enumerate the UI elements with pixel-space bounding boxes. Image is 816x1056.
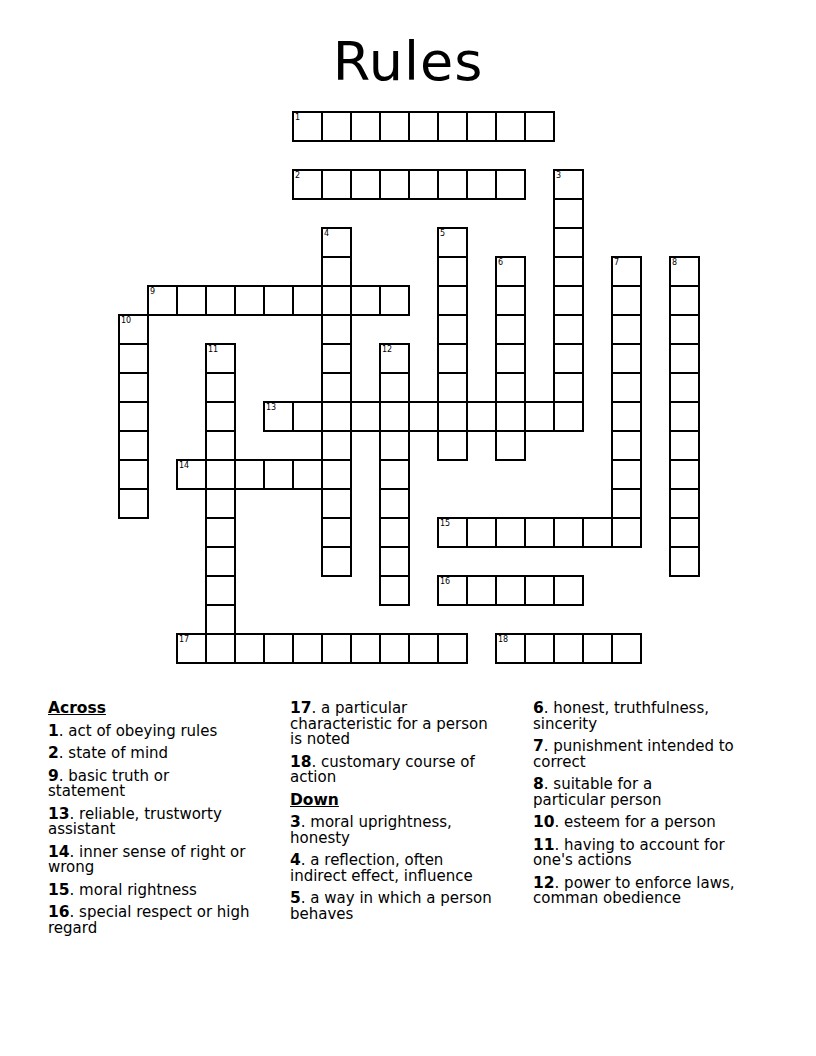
clue-number: 8 bbox=[533, 775, 544, 793]
grid-cell-r3c15[interactable] bbox=[553, 198, 584, 229]
grid-cell-r2c6[interactable]: 2 bbox=[292, 169, 323, 200]
grid-cell-r9c9[interactable] bbox=[379, 372, 410, 403]
grid-cell-r13c17[interactable] bbox=[611, 488, 642, 519]
grid-cell-r5c11[interactable] bbox=[437, 256, 468, 287]
crossword-grid: 123456789101112131415161718 bbox=[118, 111, 702, 666]
grid-cell-r18c13[interactable]: 18 bbox=[495, 633, 526, 664]
grid-cell-r0c8[interactable] bbox=[350, 111, 381, 142]
grid-cell-r16c9[interactable] bbox=[379, 575, 410, 606]
grid-cell-r11c19[interactable] bbox=[669, 430, 700, 461]
grid-cell-r2c8[interactable] bbox=[350, 169, 381, 200]
clue-down-8: 8. suitable for a particular person bbox=[533, 777, 767, 808]
grid-cell-r6c6[interactable] bbox=[292, 285, 323, 316]
cell-number-6: 6 bbox=[498, 258, 503, 267]
grid-cell-r10c12[interactable] bbox=[466, 401, 497, 432]
clue-column-2: 17. a particular characteristic for a pe… bbox=[290, 701, 518, 929]
grid-cell-r14c11[interactable]: 15 bbox=[437, 517, 468, 548]
grid-cell-r18c9[interactable] bbox=[379, 633, 410, 664]
grid-cell-r10c13[interactable] bbox=[495, 401, 526, 432]
grid-cell-r2c11[interactable] bbox=[437, 169, 468, 200]
grid-cell-r6c13[interactable] bbox=[495, 285, 526, 316]
cell-number-4: 4 bbox=[324, 229, 329, 238]
grid-cell-r0c13[interactable] bbox=[495, 111, 526, 142]
grid-cell-r18c6[interactable] bbox=[292, 633, 323, 664]
clue-number: 4 bbox=[290, 851, 301, 869]
cell-number-9: 9 bbox=[150, 287, 155, 296]
cell-number-2: 2 bbox=[295, 171, 300, 180]
grid-cell-r10c14[interactable] bbox=[524, 401, 555, 432]
cell-number-10: 10 bbox=[121, 316, 131, 325]
grid-cell-r2c10[interactable] bbox=[408, 169, 439, 200]
grid-cell-r18c3[interactable] bbox=[205, 633, 236, 664]
grid-cell-r0c6[interactable]: 1 bbox=[292, 111, 323, 142]
grid-cell-r15c19[interactable] bbox=[669, 546, 700, 577]
cell-number-1: 1 bbox=[295, 113, 300, 122]
grid-cell-r18c16[interactable] bbox=[582, 633, 613, 664]
clue-column-3: 6. honest, truthfulness, sincerity7. pun… bbox=[533, 701, 767, 914]
grid-cell-r18c11[interactable] bbox=[437, 633, 468, 664]
grid-cell-r6c2[interactable] bbox=[176, 285, 207, 316]
clue-down-7: 7. punishment intended to correct bbox=[533, 739, 767, 770]
grid-cell-r15c9[interactable] bbox=[379, 546, 410, 577]
grid-cell-r6c9[interactable] bbox=[379, 285, 410, 316]
cell-number-15: 15 bbox=[440, 519, 450, 528]
grid-cell-r6c17[interactable] bbox=[611, 285, 642, 316]
grid-cell-r10c3[interactable] bbox=[205, 401, 236, 432]
clue-number: 5 bbox=[290, 889, 301, 907]
clue-down-6: 6. honest, truthfulness, sincerity bbox=[533, 701, 767, 732]
grid-cell-r12c5[interactable] bbox=[263, 459, 294, 490]
grid-cell-r18c7[interactable] bbox=[321, 633, 352, 664]
grid-cell-r14c3[interactable] bbox=[205, 517, 236, 548]
grid-cell-r12c4[interactable] bbox=[234, 459, 265, 490]
grid-cell-r8c17[interactable] bbox=[611, 343, 642, 374]
grid-cell-r8c0[interactable] bbox=[118, 343, 149, 374]
clue-down-4: 4. a reflection, often indirect effect, … bbox=[290, 853, 518, 884]
grid-cell-r14c7[interactable] bbox=[321, 517, 352, 548]
grid-cell-r11c3[interactable] bbox=[205, 430, 236, 461]
grid-cell-r4c11[interactable]: 5 bbox=[437, 227, 468, 258]
grid-cell-r5c17[interactable]: 7 bbox=[611, 256, 642, 287]
grid-cell-r16c3[interactable] bbox=[205, 575, 236, 606]
clue-down-12: 12. power to enforce laws, comman obedie… bbox=[533, 876, 767, 907]
clue-down-5: 5. a way in which a person behaves bbox=[290, 891, 518, 922]
grid-cell-r10c6[interactable] bbox=[292, 401, 323, 432]
clue-number: 14 bbox=[48, 843, 70, 861]
grid-cell-r9c15[interactable] bbox=[553, 372, 584, 403]
clue-across-16: 16. special respect or high regard bbox=[48, 905, 284, 936]
grid-cell-r0c12[interactable] bbox=[466, 111, 497, 142]
grid-cell-r6c5[interactable] bbox=[263, 285, 294, 316]
clue-number: 7 bbox=[533, 737, 544, 755]
grid-cell-r9c17[interactable] bbox=[611, 372, 642, 403]
grid-cell-r12c7[interactable] bbox=[321, 459, 352, 490]
grid-cell-r6c15[interactable] bbox=[553, 285, 584, 316]
clue-number: 1 bbox=[48, 722, 59, 740]
grid-cell-r0c14[interactable] bbox=[524, 111, 555, 142]
grid-cell-r0c10[interactable] bbox=[408, 111, 439, 142]
grid-cell-r16c14[interactable] bbox=[524, 575, 555, 606]
grid-cell-r10c0[interactable] bbox=[118, 401, 149, 432]
across-heading: Across bbox=[48, 701, 284, 717]
grid-cell-r13c19[interactable] bbox=[669, 488, 700, 519]
grid-cell-r7c11[interactable] bbox=[437, 314, 468, 345]
cell-number-16: 16 bbox=[440, 577, 450, 586]
grid-cell-r7c19[interactable] bbox=[669, 314, 700, 345]
grid-cell-r2c7[interactable] bbox=[321, 169, 352, 200]
grid-cell-r14c9[interactable] bbox=[379, 517, 410, 548]
grid-cell-r16c11[interactable]: 16 bbox=[437, 575, 468, 606]
grid-cell-r8c9[interactable]: 12 bbox=[379, 343, 410, 374]
grid-cell-r16c12[interactable] bbox=[466, 575, 497, 606]
clue-across-2: 2. state of mind bbox=[48, 746, 284, 762]
grid-cell-r10c19[interactable] bbox=[669, 401, 700, 432]
grid-cell-r10c9[interactable] bbox=[379, 401, 410, 432]
grid-cell-r11c17[interactable] bbox=[611, 430, 642, 461]
grid-cell-r16c15[interactable] bbox=[553, 575, 584, 606]
grid-cell-r18c15[interactable] bbox=[553, 633, 584, 664]
grid-cell-r11c13[interactable] bbox=[495, 430, 526, 461]
grid-cell-r11c9[interactable] bbox=[379, 430, 410, 461]
grid-cell-r13c7[interactable] bbox=[321, 488, 352, 519]
grid-cell-r18c8[interactable] bbox=[350, 633, 381, 664]
grid-cell-r14c13[interactable] bbox=[495, 517, 526, 548]
grid-cell-r14c12[interactable] bbox=[466, 517, 497, 548]
grid-cell-r5c19[interactable]: 8 bbox=[669, 256, 700, 287]
grid-cell-r10c7[interactable] bbox=[321, 401, 352, 432]
grid-cell-r7c0[interactable]: 10 bbox=[118, 314, 149, 345]
grid-cell-r0c9[interactable] bbox=[379, 111, 410, 142]
grid-cell-r2c12[interactable] bbox=[466, 169, 497, 200]
grid-cell-r18c4[interactable] bbox=[234, 633, 265, 664]
grid-cell-r15c3[interactable] bbox=[205, 546, 236, 577]
grid-cell-r2c13[interactable] bbox=[495, 169, 526, 200]
grid-cell-r2c9[interactable] bbox=[379, 169, 410, 200]
grid-cell-r0c11[interactable] bbox=[437, 111, 468, 142]
grid-cell-r5c7[interactable] bbox=[321, 256, 352, 287]
grid-cell-r18c17[interactable] bbox=[611, 633, 642, 664]
grid-cell-r12c2[interactable]: 14 bbox=[176, 459, 207, 490]
clue-number: 12 bbox=[533, 874, 555, 892]
grid-cell-r11c0[interactable] bbox=[118, 430, 149, 461]
grid-cell-r11c7[interactable] bbox=[321, 430, 352, 461]
grid-cell-r8c7[interactable] bbox=[321, 343, 352, 374]
clue-column-1: Across1. act of obeying rules2. state of… bbox=[48, 701, 284, 943]
clue-across-18: 18. customary course of action bbox=[290, 755, 518, 786]
grid-cell-r9c13[interactable] bbox=[495, 372, 526, 403]
cell-number-5: 5 bbox=[440, 229, 445, 238]
grid-cell-r8c13[interactable] bbox=[495, 343, 526, 374]
grid-cell-r18c5[interactable] bbox=[263, 633, 294, 664]
clue-down-10: 10. esteem for a person bbox=[533, 815, 767, 831]
grid-cell-r6c3[interactable] bbox=[205, 285, 236, 316]
grid-cell-r9c19[interactable] bbox=[669, 372, 700, 403]
grid-cell-r14c17[interactable] bbox=[611, 517, 642, 548]
grid-cell-r15c7[interactable] bbox=[321, 546, 352, 577]
grid-cell-r4c15[interactable] bbox=[553, 227, 584, 258]
grid-cell-r6c1[interactable]: 9 bbox=[147, 285, 178, 316]
clue-number: 2 bbox=[48, 744, 59, 762]
grid-cell-r6c4[interactable] bbox=[234, 285, 265, 316]
grid-cell-r12c19[interactable] bbox=[669, 459, 700, 490]
puzzle-title: Rules bbox=[0, 30, 816, 93]
puzzle-page: Rules 123456789101112131415161718 Across… bbox=[0, 0, 816, 1056]
cell-number-12: 12 bbox=[382, 345, 392, 354]
grid-cell-r7c15[interactable] bbox=[553, 314, 584, 345]
grid-cell-r14c19[interactable] bbox=[669, 517, 700, 548]
clue-number: 17 bbox=[290, 699, 312, 717]
cell-number-3: 3 bbox=[556, 171, 561, 180]
grid-cell-r18c10[interactable] bbox=[408, 633, 439, 664]
grid-cell-r9c3[interactable] bbox=[205, 372, 236, 403]
cell-number-7: 7 bbox=[614, 258, 619, 267]
clue-number: 13 bbox=[48, 805, 70, 823]
grid-cell-r10c17[interactable] bbox=[611, 401, 642, 432]
grid-cell-r13c0[interactable] bbox=[118, 488, 149, 519]
clue-across-1: 1. act of obeying rules bbox=[48, 724, 284, 740]
grid-cell-r0c7[interactable] bbox=[321, 111, 352, 142]
clue-number: 3 bbox=[290, 813, 301, 831]
clue-down-11: 11. having to account for one's actions bbox=[533, 838, 767, 869]
cell-number-13: 13 bbox=[266, 403, 276, 412]
down-heading: Down bbox=[290, 793, 518, 809]
grid-cell-r12c3[interactable] bbox=[205, 459, 236, 490]
grid-cell-r6c11[interactable] bbox=[437, 285, 468, 316]
clue-across-9: 9. basic truth or statement bbox=[48, 769, 284, 800]
clue-across-13: 13. reliable, trustworty assistant bbox=[48, 807, 284, 838]
clue-number: 11 bbox=[533, 836, 555, 854]
grid-cell-r18c14[interactable] bbox=[524, 633, 555, 664]
grid-cell-r8c19[interactable] bbox=[669, 343, 700, 374]
grid-cell-r11c11[interactable] bbox=[437, 430, 468, 461]
cell-number-17: 17 bbox=[179, 635, 189, 644]
grid-cell-r5c15[interactable] bbox=[553, 256, 584, 287]
grid-cell-r17c3[interactable] bbox=[205, 604, 236, 635]
clue-number: 10 bbox=[533, 813, 555, 831]
grid-cell-r10c11[interactable] bbox=[437, 401, 468, 432]
grid-cell-r7c7[interactable] bbox=[321, 314, 352, 345]
grid-cell-r4c7[interactable]: 4 bbox=[321, 227, 352, 258]
grid-cell-r7c17[interactable] bbox=[611, 314, 642, 345]
grid-cell-r10c5[interactable]: 13 bbox=[263, 401, 294, 432]
grid-cell-r8c3[interactable]: 11 bbox=[205, 343, 236, 374]
grid-cell-r13c3[interactable] bbox=[205, 488, 236, 519]
grid-cell-r6c19[interactable] bbox=[669, 285, 700, 316]
grid-cell-r10c8[interactable] bbox=[350, 401, 381, 432]
grid-cell-r6c8[interactable] bbox=[350, 285, 381, 316]
grid-cell-r9c11[interactable] bbox=[437, 372, 468, 403]
grid-cell-r2c15[interactable]: 3 bbox=[553, 169, 584, 200]
grid-cell-r10c15[interactable] bbox=[553, 401, 584, 432]
grid-cell-r7c13[interactable] bbox=[495, 314, 526, 345]
clue-number: 15 bbox=[48, 881, 70, 899]
cell-number-14: 14 bbox=[179, 461, 189, 470]
grid-cell-r12c9[interactable] bbox=[379, 459, 410, 490]
grid-cell-r8c11[interactable] bbox=[437, 343, 468, 374]
grid-cell-r16c13[interactable] bbox=[495, 575, 526, 606]
grid-cell-r14c14[interactable] bbox=[524, 517, 555, 548]
cell-number-8: 8 bbox=[672, 258, 677, 267]
grid-cell-r14c15[interactable] bbox=[553, 517, 584, 548]
cell-number-18: 18 bbox=[498, 635, 508, 644]
clue-number: 18 bbox=[290, 753, 312, 771]
grid-cell-r12c6[interactable] bbox=[292, 459, 323, 490]
grid-cell-r12c0[interactable] bbox=[118, 459, 149, 490]
clue-down-3: 3. moral uprightness, honesty bbox=[290, 815, 518, 846]
grid-cell-r10c10[interactable] bbox=[408, 401, 439, 432]
grid-cell-r13c9[interactable] bbox=[379, 488, 410, 519]
grid-cell-r9c7[interactable] bbox=[321, 372, 352, 403]
clue-across-14: 14. inner sense of right or wrong bbox=[48, 845, 284, 876]
clue-across-17: 17. a particular characteristic for a pe… bbox=[290, 701, 518, 748]
grid-cell-r6c7[interactable] bbox=[321, 285, 352, 316]
clue-number: 9 bbox=[48, 767, 59, 785]
clue-across-15: 15. moral rightness bbox=[48, 883, 284, 899]
grid-cell-r18c2[interactable]: 17 bbox=[176, 633, 207, 664]
grid-cell-r14c16[interactable] bbox=[582, 517, 613, 548]
clue-number: 6 bbox=[533, 699, 544, 717]
grid-cell-r5c13[interactable]: 6 bbox=[495, 256, 526, 287]
clue-number: 16 bbox=[48, 903, 70, 921]
grid-cell-r12c17[interactable] bbox=[611, 459, 642, 490]
grid-cell-r9c0[interactable] bbox=[118, 372, 149, 403]
cell-number-11: 11 bbox=[208, 345, 218, 354]
grid-cell-r8c15[interactable] bbox=[553, 343, 584, 374]
